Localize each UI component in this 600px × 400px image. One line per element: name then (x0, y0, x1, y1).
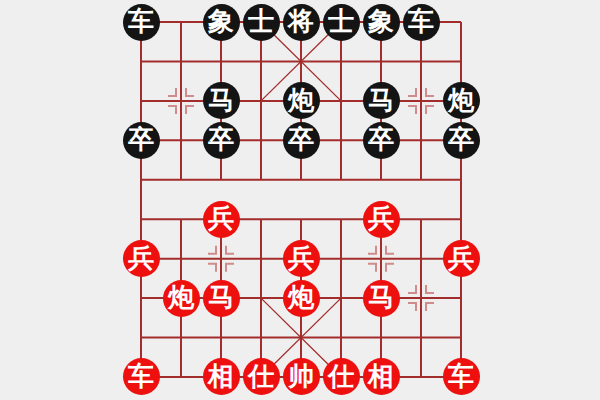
black-chariot[interactable]: 车 (403, 4, 440, 41)
black-horse[interactable]: 马 (363, 82, 400, 119)
red-horse[interactable]: 马 (363, 280, 400, 317)
black-soldier[interactable]: 卒 (203, 122, 240, 159)
black-advisor[interactable]: 士 (243, 4, 280, 41)
red-advisor[interactable]: 仕 (323, 358, 360, 395)
red-soldier[interactable]: 兵 (203, 201, 240, 238)
black-advisor[interactable]: 士 (323, 4, 360, 41)
red-soldier[interactable]: 兵 (123, 240, 160, 277)
red-cannon[interactable]: 炮 (283, 280, 320, 317)
red-advisor[interactable]: 仕 (243, 358, 280, 395)
black-soldier[interactable]: 卒 (443, 122, 480, 159)
red-soldier[interactable]: 兵 (363, 201, 400, 238)
red-general[interactable]: 帅 (283, 358, 320, 395)
red-soldier[interactable]: 兵 (443, 240, 480, 277)
black-general[interactable]: 将 (283, 4, 320, 41)
black-cannon[interactable]: 炮 (443, 82, 480, 119)
xiangqi-diagram: 车象士将士象车马炮马炮卒卒卒卒卒兵兵兵兵兵炮马炮马车相仕帅仕相车 (0, 0, 600, 400)
red-cannon[interactable]: 炮 (163, 280, 200, 317)
black-horse[interactable]: 马 (203, 82, 240, 119)
red-chariot[interactable]: 车 (443, 358, 480, 395)
black-elephant[interactable]: 象 (363, 4, 400, 41)
red-elephant[interactable]: 相 (363, 358, 400, 395)
red-chariot[interactable]: 车 (123, 358, 160, 395)
red-soldier[interactable]: 兵 (283, 240, 320, 277)
red-elephant[interactable]: 相 (203, 358, 240, 395)
black-soldier[interactable]: 卒 (283, 122, 320, 159)
black-chariot[interactable]: 车 (123, 4, 160, 41)
red-horse[interactable]: 马 (203, 280, 240, 317)
black-elephant[interactable]: 象 (203, 4, 240, 41)
black-soldier[interactable]: 卒 (363, 122, 400, 159)
black-cannon[interactable]: 炮 (283, 82, 320, 119)
black-soldier[interactable]: 卒 (123, 122, 160, 159)
xiangqi-board[interactable]: 车象士将士象车马炮马炮卒卒卒卒卒兵兵兵兵兵炮马炮马车相仕帅仕相车 (121, 2, 481, 396)
